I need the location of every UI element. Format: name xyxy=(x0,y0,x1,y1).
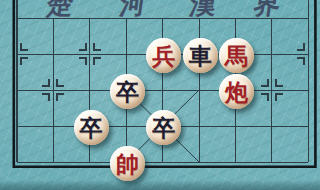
piece-char: 兵 xyxy=(152,38,175,73)
piece-char: 炮 xyxy=(225,74,248,109)
piece-char: 車 xyxy=(189,38,212,73)
piece-char: 卒 xyxy=(116,74,139,109)
pieces-layer: 兵車馬卒炮卒卒帥 xyxy=(0,0,320,190)
piece-red-horse-g7[interactable]: 馬 xyxy=(219,38,254,73)
piece-black-soldier-d8[interactable]: 卒 xyxy=(110,74,145,109)
piece-char: 卒 xyxy=(80,110,103,145)
piece-black-chariot-f7[interactable]: 車 xyxy=(183,38,218,73)
piece-red-soldier-e7[interactable]: 兵 xyxy=(146,38,181,73)
piece-black-soldier-c9[interactable]: 卒 xyxy=(74,110,109,145)
xiangqi-board: 楚河漢界 兵車馬卒炮卒卒帥 xyxy=(0,0,320,190)
piece-black-soldier-e9[interactable]: 卒 xyxy=(146,110,181,145)
piece-char: 卒 xyxy=(152,110,175,145)
piece-red-general-d10[interactable]: 帥 xyxy=(110,146,145,181)
piece-char: 馬 xyxy=(225,38,248,73)
piece-char: 帥 xyxy=(116,146,139,181)
piece-red-cannon-g8[interactable]: 炮 xyxy=(219,74,254,109)
